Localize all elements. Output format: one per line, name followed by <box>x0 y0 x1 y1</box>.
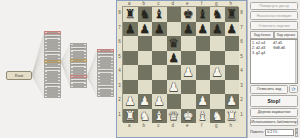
square-f2[interactable]: ♟ <box>196 94 211 109</box>
white-rook: ♜ <box>125 109 136 124</box>
square-f6[interactable] <box>196 36 211 51</box>
black-knight: ♞ <box>212 7 223 22</box>
black-pawn: ♟ <box>125 22 136 37</box>
file-label-d-bottom: d <box>166 123 181 128</box>
square-h2[interactable]: ♟ <box>225 94 240 109</box>
white-pawn: ♟ <box>197 94 208 109</box>
square-g1[interactable]: ♞ <box>210 109 225 124</box>
square-h8[interactable]: ♜ <box>225 7 240 22</box>
rank-label-2-left: 2 <box>117 93 122 108</box>
variants-tree-button[interactable]: Дерево вариантов <box>250 108 298 117</box>
spinner-down-icon[interactable]: ▾ <box>295 132 299 137</box>
square-c7[interactable]: ♟ <box>152 22 167 37</box>
memory-field[interactable]: 0.2 Гб <box>265 129 293 136</box>
white-knight: ♞ <box>212 109 223 124</box>
move-list[interactable]: 1.e2-e4d7-d52.d2-d3Фd8-d63.g2-g4 <box>250 39 298 83</box>
rank-label-3-left: 3 <box>117 79 122 94</box>
square-b4[interactable] <box>138 65 153 80</box>
move-row[interactable]: 3.g2-g4 <box>252 51 296 56</box>
file-label-b-top: b <box>137 1 152 6</box>
flip-board-button[interactable]: Повернуть доску <box>250 2 298 11</box>
file-label-e-top: e <box>180 1 195 6</box>
square-a8[interactable]: ♜ <box>123 7 138 22</box>
square-b8[interactable]: ♞ <box>138 7 153 22</box>
square-h1[interactable]: ♜ <box>225 109 240 124</box>
square-b7[interactable]: ♟ <box>138 22 153 37</box>
chess-board: ♜♞♝♚♝♞♜♟♟♟♟♟♟♟♛♟♟♟♟♟♟♟♟♟♜♞♝♛♚♝♞♜ aabbccd… <box>116 0 247 138</box>
white-queen: ♛ <box>168 109 179 124</box>
rank-label-8-left: 8 <box>117 6 122 21</box>
file-label-g-top: g <box>209 1 224 6</box>
square-b5[interactable] <box>138 51 153 66</box>
square-a4[interactable] <box>123 65 138 80</box>
black-rook: ♜ <box>125 7 136 22</box>
black-pawn: ♟ <box>212 22 223 37</box>
rank-label-1-left: 1 <box>117 108 122 123</box>
rank-label-4-left: 4 <box>117 64 122 79</box>
square-e3[interactable] <box>181 80 196 95</box>
white-pawn: ♟ <box>139 94 150 109</box>
square-d6[interactable]: ♛ <box>167 36 182 51</box>
square-h5[interactable] <box>225 51 240 66</box>
file-label-b-bottom: b <box>137 123 152 128</box>
white-pawn: ♟ <box>168 80 179 95</box>
black-king: ♚ <box>183 7 194 22</box>
tree-move-node[interactable] <box>44 95 61 98</box>
chess-app-window: Root ♜♞♝♚♝♞♜♟♟♟♟♟♟♟♛♟♟♟♟♟♟♟♟♟♜♞♝♛♚♝♞♜ aa… <box>0 0 300 138</box>
black-pawn: ♟ <box>226 22 237 37</box>
rank-label-5-right: 5 <box>239 50 244 65</box>
black-rook: ♜ <box>226 7 237 22</box>
white-rook: ♜ <box>226 109 237 124</box>
start-position-button[interactable]: Начальная позиция <box>250 11 298 20</box>
square-g5[interactable] <box>210 51 225 66</box>
file-label-c-top: c <box>151 1 166 6</box>
square-c2[interactable]: ♟ <box>152 94 167 109</box>
square-c3[interactable] <box>152 80 167 95</box>
rank-label-2-right: 2 <box>239 93 244 108</box>
black-pawn: ♟ <box>154 22 165 37</box>
square-g6[interactable] <box>210 36 225 51</box>
rank-label-4-right: 4 <box>239 64 244 79</box>
black-knight: ♞ <box>139 7 150 22</box>
square-h3[interactable] <box>225 80 240 95</box>
memory-row: Память: 0.2 Гб ▴ ▾ <box>250 128 298 137</box>
move-list-headers: Ход белых Ход черных <box>250 31 298 39</box>
square-f4[interactable] <box>196 65 211 80</box>
node-text-smudge <box>100 95 111 96</box>
square-h6[interactable] <box>225 36 240 51</box>
file-label-h-top: h <box>224 1 239 6</box>
square-d3[interactable]: ♟ <box>167 80 182 95</box>
tree-move-node[interactable] <box>97 94 114 97</box>
file-label-f-bottom: f <box>195 123 210 128</box>
control-panel: Повернуть доску Начальная позиция Отмени… <box>247 0 300 138</box>
move-cell <box>273 51 296 56</box>
square-a2[interactable]: ♟ <box>123 94 138 109</box>
file-label-c-bottom: c <box>151 123 166 128</box>
square-d8[interactable] <box>167 7 182 22</box>
black-bishop: ♝ <box>197 7 208 22</box>
black-pawn: ♟ <box>183 22 194 37</box>
black-queen: ♛ <box>168 36 179 51</box>
white-moves-header: Ход белых <box>250 31 274 39</box>
square-h7[interactable]: ♟ <box>225 22 240 37</box>
rank-label-5-left: 5 <box>117 50 122 65</box>
square-g2[interactable] <box>210 94 225 109</box>
file-label-f-top: f <box>195 1 210 6</box>
node-text-smudge <box>73 86 84 87</box>
white-pawn: ♟ <box>226 94 237 109</box>
square-b3[interactable] <box>138 80 153 95</box>
square-d7[interactable] <box>167 22 182 37</box>
board-squares: ♜♞♝♚♝♞♜♟♟♟♟♟♟♟♛♟♟♟♟♟♟♟♟♟♜♞♝♛♚♝♞♜ <box>122 6 238 122</box>
square-e2[interactable] <box>181 94 196 109</box>
white-king: ♚ <box>183 109 194 124</box>
file-label-h-bottom: h <box>224 123 239 128</box>
black-pawn: ♟ <box>168 51 179 66</box>
square-c1[interactable]: ♝ <box>152 109 167 124</box>
rank-label-7-right: 7 <box>239 21 244 36</box>
rank-label-1-right: 1 <box>239 108 244 123</box>
white-pawn: ♟ <box>212 65 223 80</box>
square-d4[interactable] <box>167 65 182 80</box>
square-c5[interactable] <box>152 51 167 66</box>
square-e5[interactable] <box>181 51 196 66</box>
white-pawn: ♟ <box>154 94 165 109</box>
rank-label-3-right: 3 <box>239 79 244 94</box>
square-h4[interactable] <box>225 65 240 80</box>
black-bishop: ♝ <box>154 7 165 22</box>
square-e8[interactable]: ♚ <box>181 7 196 22</box>
square-f1[interactable]: ♝ <box>196 109 211 124</box>
square-b1[interactable]: ♞ <box>138 109 153 124</box>
rank-label-6-right: 6 <box>239 35 244 50</box>
black-moves-header: Ход черных <box>274 31 298 39</box>
tree-root-node[interactable]: Root <box>6 71 32 80</box>
move-list-scrollbar[interactable] <box>295 40 298 82</box>
square-c4[interactable] <box>152 65 167 80</box>
square-f7[interactable]: ♟ <box>196 22 211 37</box>
square-e7[interactable]: ♟ <box>181 22 196 37</box>
rank-label-8-right: 8 <box>239 6 244 21</box>
use-library-button[interactable]: Использовать библиотеку <box>250 118 298 127</box>
square-g4[interactable]: ♟ <box>210 65 225 80</box>
square-g7[interactable]: ♟ <box>210 22 225 37</box>
undo-move-button[interactable]: Отменить ход <box>250 85 288 94</box>
square-e4[interactable]: ♟ <box>181 65 196 80</box>
rank-label-6-left: 6 <box>117 35 122 50</box>
memory-label: Память: <box>250 130 264 134</box>
file-label-e-bottom: e <box>180 123 195 128</box>
white-bishop: ♝ <box>197 109 208 124</box>
black-pawn: ♟ <box>139 22 150 37</box>
black-pawn: ♟ <box>197 22 208 37</box>
file-label-a-top: a <box>122 1 137 6</box>
square-d5[interactable]: ♟ <box>167 51 182 66</box>
memory-spinner[interactable]: ▴ ▾ <box>295 128 299 137</box>
square-b2[interactable]: ♟ <box>138 94 153 109</box>
square-a7[interactable]: ♟ <box>123 22 138 37</box>
square-f3[interactable] <box>196 80 211 95</box>
square-f8[interactable]: ♝ <box>196 7 211 22</box>
white-knight: ♞ <box>139 109 150 124</box>
square-e6[interactable] <box>181 36 196 51</box>
square-f5[interactable] <box>196 51 211 66</box>
move-cell: g2-g4 <box>256 51 273 56</box>
square-a1[interactable]: ♜ <box>123 109 138 124</box>
square-a5[interactable] <box>123 51 138 66</box>
file-label-a-bottom: a <box>122 123 137 128</box>
stop-button[interactable]: Stop! <box>250 95 298 107</box>
rank-label-7-left: 7 <box>117 21 122 36</box>
square-b6[interactable] <box>138 36 153 51</box>
cancel-game-button[interactable]: Отменить партию <box>250 21 298 30</box>
square-g3[interactable] <box>210 80 225 95</box>
file-label-d-top: d <box>166 1 181 6</box>
square-d2[interactable] <box>167 94 182 109</box>
square-c8[interactable]: ♝ <box>152 7 167 22</box>
white-bishop: ♝ <box>154 109 165 124</box>
square-d1[interactable]: ♛ <box>167 109 182 124</box>
game-tree-panel: Root <box>0 0 116 138</box>
tree-move-node[interactable] <box>70 85 87 88</box>
white-pawn: ♟ <box>183 65 194 80</box>
square-e1[interactable]: ♚ <box>181 109 196 124</box>
square-a3[interactable] <box>123 80 138 95</box>
square-g8[interactable]: ♞ <box>210 7 225 22</box>
file-label-g-bottom: g <box>209 123 224 128</box>
node-text-smudge <box>47 96 58 97</box>
white-pawn: ♟ <box>125 94 136 109</box>
square-c6[interactable] <box>152 36 167 51</box>
square-a6[interactable] <box>123 36 138 51</box>
refresh-icon[interactable]: ⟳ <box>289 85 298 93</box>
